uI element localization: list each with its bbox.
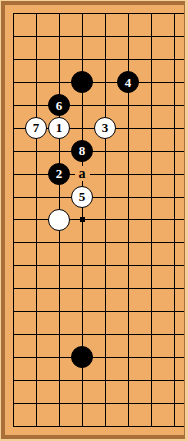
white-stone-cell: 3 bbox=[94, 116, 117, 139]
white-stone bbox=[48, 209, 70, 231]
black-stone-move-8: 8 bbox=[71, 140, 93, 162]
white-stone-cell bbox=[48, 208, 71, 231]
white-stone-cell: 7 bbox=[25, 116, 48, 139]
black-stone-cell: 4 bbox=[117, 71, 140, 94]
white-stone-cell: 1 bbox=[48, 116, 71, 139]
black-stone-cell: 2 bbox=[48, 162, 71, 185]
go-board-diagram: a46713825 bbox=[0, 0, 188, 441]
black-stone-cell bbox=[71, 71, 94, 94]
black-stone-move-2: 2 bbox=[48, 163, 70, 185]
black-stone-move-4: 4 bbox=[117, 71, 139, 93]
black-stone bbox=[71, 346, 93, 368]
black-stone-cell: 8 bbox=[71, 139, 94, 162]
stones-layer: a46713825 bbox=[2, 2, 186, 438]
white-stone-cell: 5 bbox=[71, 185, 94, 208]
black-stone-cell bbox=[71, 346, 94, 369]
black-stone-move-6: 6 bbox=[48, 94, 70, 116]
hoshi-square bbox=[80, 217, 85, 222]
white-stone-move-7: 7 bbox=[25, 117, 47, 139]
star-point-marker bbox=[71, 208, 94, 231]
black-stone bbox=[71, 71, 93, 93]
white-stone-move-1: 1 bbox=[48, 117, 70, 139]
point-label-a: a bbox=[71, 162, 94, 185]
letter-a-label: a bbox=[75, 166, 90, 181]
white-stone-move-3: 3 bbox=[94, 117, 116, 139]
white-stone-move-5: 5 bbox=[71, 186, 93, 208]
black-stone-cell: 6 bbox=[48, 94, 71, 117]
